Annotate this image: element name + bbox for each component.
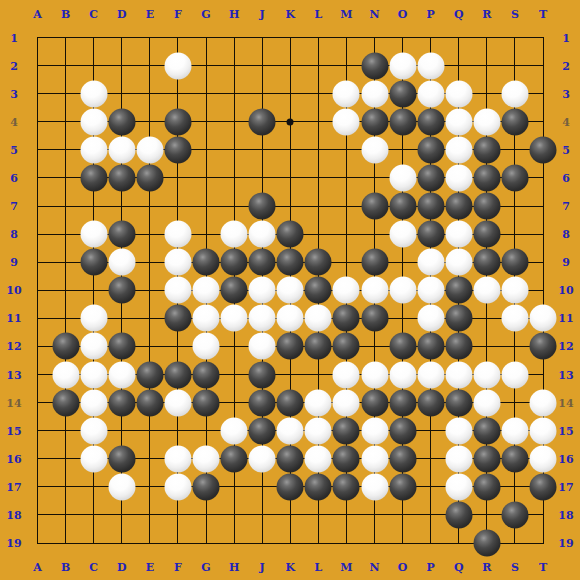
white-stone xyxy=(445,249,472,276)
white-stone xyxy=(277,417,304,444)
black-stone xyxy=(249,361,276,388)
black-stone xyxy=(249,249,276,276)
white-stone xyxy=(164,473,191,500)
row-label-right: 6 xyxy=(562,172,570,183)
column-label-bottom: D xyxy=(117,561,127,572)
row-label-right: 12 xyxy=(558,341,573,352)
black-stone xyxy=(445,277,472,304)
white-stone xyxy=(417,361,444,388)
white-stone xyxy=(417,249,444,276)
white-stone xyxy=(445,80,472,107)
black-stone xyxy=(108,445,135,472)
white-stone xyxy=(305,417,332,444)
row-label-left: 2 xyxy=(10,60,18,71)
column-label-top: B xyxy=(61,8,70,19)
white-stone xyxy=(52,361,79,388)
white-stone xyxy=(305,305,332,332)
black-stone xyxy=(361,249,388,276)
black-stone xyxy=(333,333,360,360)
black-stone xyxy=(389,108,416,135)
black-stone xyxy=(361,305,388,332)
black-stone xyxy=(249,193,276,220)
white-stone xyxy=(193,333,220,360)
white-stone xyxy=(361,445,388,472)
white-stone xyxy=(389,52,416,79)
white-stone xyxy=(333,389,360,416)
black-stone xyxy=(136,361,163,388)
row-label-left: 15 xyxy=(6,425,21,436)
white-stone xyxy=(249,305,276,332)
white-stone xyxy=(164,52,191,79)
white-stone xyxy=(445,417,472,444)
black-stone xyxy=(221,277,248,304)
column-label-top: N xyxy=(369,8,379,19)
column-label-bottom: L xyxy=(314,561,322,572)
row-label-right: 5 xyxy=(562,144,570,155)
white-stone xyxy=(164,445,191,472)
black-stone xyxy=(389,80,416,107)
black-stone xyxy=(473,417,500,444)
black-stone xyxy=(305,473,332,500)
black-stone xyxy=(277,249,304,276)
black-stone xyxy=(193,389,220,416)
row-label-right: 7 xyxy=(562,201,570,212)
white-stone xyxy=(417,277,444,304)
white-stone xyxy=(473,108,500,135)
black-stone xyxy=(108,333,135,360)
column-label-top: P xyxy=(427,8,435,19)
black-stone xyxy=(501,249,528,276)
row-label-left: 16 xyxy=(6,453,21,464)
white-stone xyxy=(221,221,248,248)
column-label-bottom: C xyxy=(89,561,98,572)
white-stone xyxy=(277,305,304,332)
row-label-right: 16 xyxy=(558,453,573,464)
black-stone xyxy=(501,445,528,472)
white-stone xyxy=(80,305,107,332)
column-label-bottom: A xyxy=(33,561,42,572)
column-label-top: C xyxy=(89,8,98,19)
white-stone xyxy=(305,445,332,472)
row-label-right: 10 xyxy=(558,285,573,296)
black-stone xyxy=(249,417,276,444)
white-stone xyxy=(221,417,248,444)
white-stone xyxy=(361,80,388,107)
black-stone xyxy=(389,417,416,444)
column-label-bottom: G xyxy=(201,561,210,572)
white-stone xyxy=(164,389,191,416)
row-label-right: 1 xyxy=(562,32,570,43)
black-stone xyxy=(249,389,276,416)
black-stone xyxy=(473,193,500,220)
column-label-top: M xyxy=(340,8,352,19)
black-stone xyxy=(277,445,304,472)
black-stone xyxy=(473,136,500,163)
white-stone xyxy=(361,417,388,444)
white-stone xyxy=(193,277,220,304)
white-stone xyxy=(473,277,500,304)
black-stone xyxy=(417,108,444,135)
black-stone xyxy=(108,277,135,304)
white-stone xyxy=(80,80,107,107)
row-label-left: 17 xyxy=(6,481,21,492)
column-label-bottom: N xyxy=(369,561,379,572)
row-label-right: 17 xyxy=(558,481,573,492)
column-label-top: H xyxy=(229,8,239,19)
black-stone xyxy=(193,361,220,388)
white-stone xyxy=(501,417,528,444)
white-stone xyxy=(80,417,107,444)
white-stone xyxy=(80,108,107,135)
black-stone xyxy=(136,164,163,191)
column-label-top: O xyxy=(398,8,408,19)
black-stone xyxy=(445,193,472,220)
black-stone xyxy=(389,445,416,472)
black-stone xyxy=(473,249,500,276)
black-stone xyxy=(530,333,557,360)
column-label-bottom: Q xyxy=(454,561,464,572)
white-stone xyxy=(530,389,557,416)
white-stone xyxy=(108,473,135,500)
white-stone xyxy=(108,136,135,163)
row-label-right: 3 xyxy=(562,88,570,99)
column-label-bottom: F xyxy=(174,561,182,572)
black-stone xyxy=(193,473,220,500)
column-label-bottom: P xyxy=(427,561,435,572)
black-stone xyxy=(277,473,304,500)
column-label-bottom: K xyxy=(285,561,295,572)
white-stone xyxy=(445,108,472,135)
white-stone xyxy=(361,136,388,163)
row-label-left: 7 xyxy=(10,201,18,212)
row-label-left: 10 xyxy=(6,285,21,296)
white-stone xyxy=(501,277,528,304)
black-stone xyxy=(417,164,444,191)
white-stone xyxy=(530,417,557,444)
black-stone xyxy=(108,108,135,135)
white-stone xyxy=(80,445,107,472)
black-stone xyxy=(530,136,557,163)
row-label-right: 9 xyxy=(562,257,570,268)
column-label-top: T xyxy=(539,8,547,19)
column-label-bottom: T xyxy=(539,561,547,572)
black-stone xyxy=(164,361,191,388)
column-label-bottom: O xyxy=(398,561,408,572)
black-stone xyxy=(501,108,528,135)
white-stone xyxy=(249,333,276,360)
column-label-top: Q xyxy=(454,8,464,19)
black-stone xyxy=(164,136,191,163)
black-stone xyxy=(389,473,416,500)
black-stone xyxy=(277,333,304,360)
white-stone xyxy=(473,361,500,388)
white-stone xyxy=(164,249,191,276)
black-stone xyxy=(473,164,500,191)
column-label-bottom: R xyxy=(482,561,491,572)
white-stone xyxy=(136,136,163,163)
column-label-top: D xyxy=(117,8,127,19)
white-stone xyxy=(80,389,107,416)
black-stone xyxy=(445,333,472,360)
black-stone xyxy=(333,473,360,500)
black-stone xyxy=(417,221,444,248)
black-stone xyxy=(333,417,360,444)
white-stone xyxy=(445,445,472,472)
row-label-right: 8 xyxy=(562,229,570,240)
white-stone xyxy=(193,305,220,332)
column-label-bottom: M xyxy=(340,561,352,572)
white-stone xyxy=(389,164,416,191)
white-stone xyxy=(108,361,135,388)
column-label-top: J xyxy=(260,8,265,19)
white-stone xyxy=(417,52,444,79)
black-stone xyxy=(417,136,444,163)
white-stone xyxy=(277,277,304,304)
white-stone xyxy=(473,389,500,416)
column-label-top: R xyxy=(482,8,491,19)
black-stone xyxy=(221,445,248,472)
white-stone xyxy=(501,305,528,332)
white-stone xyxy=(445,164,472,191)
white-stone xyxy=(445,473,472,500)
black-stone xyxy=(361,108,388,135)
white-stone xyxy=(530,305,557,332)
black-stone xyxy=(249,108,276,135)
white-stone xyxy=(164,221,191,248)
column-label-bottom: B xyxy=(61,561,70,572)
row-label-left: 19 xyxy=(6,538,21,549)
row-label-left: 11 xyxy=(6,313,21,324)
black-stone xyxy=(473,221,500,248)
row-label-left: 3 xyxy=(10,88,18,99)
column-label-top: S xyxy=(511,8,519,19)
row-label-right: 15 xyxy=(558,425,573,436)
black-stone xyxy=(80,164,107,191)
black-stone xyxy=(361,389,388,416)
black-stone xyxy=(80,249,107,276)
go-board[interactable]: AABBCCDDEEFFGGHHJJKKLLMMNNOOPPQQRRSSTT11… xyxy=(0,0,580,580)
white-stone xyxy=(164,277,191,304)
black-stone xyxy=(473,473,500,500)
row-label-right: 13 xyxy=(558,369,573,380)
white-stone xyxy=(333,80,360,107)
white-stone xyxy=(305,389,332,416)
white-stone xyxy=(389,361,416,388)
black-stone xyxy=(108,164,135,191)
black-stone xyxy=(333,305,360,332)
white-stone xyxy=(389,221,416,248)
white-stone xyxy=(249,221,276,248)
black-stone xyxy=(473,445,500,472)
white-stone xyxy=(445,361,472,388)
black-stone xyxy=(305,249,332,276)
white-stone xyxy=(445,136,472,163)
black-stone xyxy=(277,389,304,416)
black-stone xyxy=(361,193,388,220)
black-stone xyxy=(193,249,220,276)
white-stone xyxy=(389,277,416,304)
row-label-right: 18 xyxy=(558,509,573,520)
black-stone xyxy=(52,333,79,360)
column-label-bottom: J xyxy=(260,561,265,572)
black-stone xyxy=(305,277,332,304)
column-label-bottom: S xyxy=(511,561,519,572)
black-stone xyxy=(136,389,163,416)
white-stone xyxy=(445,221,472,248)
row-label-right: 2 xyxy=(562,60,570,71)
column-label-bottom: E xyxy=(146,561,154,572)
white-stone xyxy=(249,445,276,472)
column-label-top: L xyxy=(314,8,322,19)
white-stone xyxy=(333,361,360,388)
black-stone xyxy=(445,501,472,528)
row-label-right: 19 xyxy=(558,538,573,549)
white-stone xyxy=(80,333,107,360)
white-stone xyxy=(221,305,248,332)
white-stone xyxy=(333,277,360,304)
white-stone xyxy=(501,361,528,388)
black-stone xyxy=(389,333,416,360)
black-stone xyxy=(333,445,360,472)
black-stone xyxy=(361,52,388,79)
white-stone xyxy=(501,80,528,107)
star-point xyxy=(287,118,294,125)
column-label-top: G xyxy=(201,8,210,19)
white-stone xyxy=(80,221,107,248)
black-stone xyxy=(417,333,444,360)
row-label-right: 4 xyxy=(562,116,570,127)
black-stone xyxy=(501,164,528,191)
black-stone xyxy=(164,108,191,135)
column-label-top: F xyxy=(174,8,182,19)
row-label-left: 8 xyxy=(10,229,18,240)
grid-line-horizontal xyxy=(37,543,544,544)
white-stone xyxy=(80,136,107,163)
white-stone xyxy=(249,277,276,304)
column-label-top: K xyxy=(285,8,295,19)
white-stone xyxy=(108,249,135,276)
white-stone xyxy=(361,277,388,304)
black-stone xyxy=(417,193,444,220)
white-stone xyxy=(530,445,557,472)
black-stone xyxy=(417,389,444,416)
black-stone xyxy=(389,193,416,220)
row-label-right: 11 xyxy=(558,313,573,324)
black-stone xyxy=(221,249,248,276)
white-stone xyxy=(417,80,444,107)
white-stone xyxy=(80,361,107,388)
row-label-left: 14 xyxy=(6,397,21,408)
white-stone xyxy=(193,445,220,472)
black-stone xyxy=(445,389,472,416)
black-stone xyxy=(389,389,416,416)
row-label-left: 12 xyxy=(6,341,21,352)
row-label-left: 18 xyxy=(6,509,21,520)
black-stone xyxy=(501,501,528,528)
white-stone xyxy=(417,305,444,332)
black-stone xyxy=(530,473,557,500)
row-label-left: 5 xyxy=(10,144,18,155)
column-label-bottom: H xyxy=(229,561,239,572)
black-stone xyxy=(108,389,135,416)
row-label-right: 14 xyxy=(558,397,573,408)
column-label-top: A xyxy=(33,8,42,19)
black-stone xyxy=(52,389,79,416)
black-stone xyxy=(305,333,332,360)
row-label-left: 13 xyxy=(6,369,21,380)
black-stone xyxy=(473,530,500,557)
black-stone xyxy=(164,305,191,332)
row-label-left: 9 xyxy=(10,257,18,268)
black-stone xyxy=(277,221,304,248)
row-label-left: 1 xyxy=(10,32,18,43)
white-stone xyxy=(333,108,360,135)
black-stone xyxy=(445,305,472,332)
white-stone xyxy=(361,473,388,500)
row-label-left: 4 xyxy=(10,116,18,127)
white-stone xyxy=(361,361,388,388)
black-stone xyxy=(108,221,135,248)
column-label-top: E xyxy=(146,8,154,19)
row-label-left: 6 xyxy=(10,172,18,183)
